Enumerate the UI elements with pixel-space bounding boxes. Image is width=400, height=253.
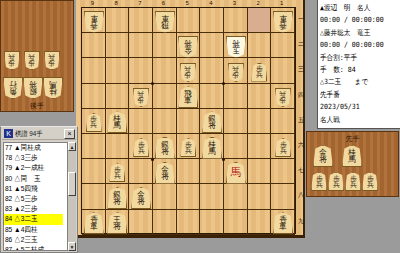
piece-kanji: 兵 <box>29 55 36 61</box>
square-1-5[interactable] <box>271 109 295 134</box>
piece-kanji: 兵 <box>114 173 121 179</box>
square-3-8[interactable] <box>224 184 248 209</box>
square-4-2[interactable] <box>200 33 224 58</box>
square-5-8[interactable] <box>177 184 201 209</box>
sente-gold[interactable]: 金将 <box>131 187 151 209</box>
sente-tray-label: 先手 <box>307 134 398 144</box>
move-row-82[interactable]: 82 △5三歩 <box>4 194 63 204</box>
info-line-1: 00:00 / 00:00:00 <box>320 14 393 26</box>
info-line-5: 手 数: 84 <box>320 64 393 76</box>
piece-kanji: 兵 <box>49 55 56 61</box>
gote-pawn[interactable]: 歩兵 <box>4 51 20 70</box>
sente-promoted-bishop[interactable]: 馬 <box>226 162 246 184</box>
info-line-8: 2023/05/31 <box>320 101 393 113</box>
scroll-up-icon[interactable]: ▲ <box>68 142 76 151</box>
rank-label-5: 五 <box>298 108 304 133</box>
piece-kanji: 兵 <box>316 182 323 188</box>
square-2-6[interactable] <box>248 134 272 159</box>
square-9-8[interactable] <box>82 184 106 209</box>
rank-label-3: 三 <box>298 57 304 82</box>
piece-kanji: 兵 <box>280 148 287 154</box>
square-1-8[interactable] <box>271 184 295 209</box>
move-row-78[interactable]: 78 △3三歩 <box>4 153 63 163</box>
gote-pawn[interactable]: 歩兵 <box>24 51 40 70</box>
move-list-scrollbar[interactable]: ▲ ▼ <box>67 142 76 251</box>
info-line-0: ▲渡辺 明 名人 <box>320 2 393 14</box>
info-line-3: 00:00 / 00:00:00 <box>320 39 393 51</box>
piece-kanji: 兵 <box>9 55 16 61</box>
square-3-1[interactable] <box>224 8 248 33</box>
piece-kanji: 馬 <box>49 81 57 88</box>
move-row-80[interactable]: 80 △同 玉 <box>4 174 63 184</box>
move-list[interactable]: 77 ▲同桂成78 △3三歩79 ▲2一成桂80 △同 玉81 ▲5四飛82 △… <box>3 142 69 251</box>
piece-kanji: 将 <box>29 81 37 88</box>
square-7-1[interactable] <box>129 8 153 33</box>
sente-pawn[interactable]: 歩兵 <box>275 138 291 157</box>
piece-kanji: 車 <box>279 15 287 22</box>
piece-kanji: 馬 <box>231 167 241 178</box>
square-3-6[interactable] <box>224 134 248 159</box>
square-6-2[interactable] <box>153 33 177 58</box>
piece-kanji: 兵 <box>350 182 357 188</box>
gote-king[interactable]: 玉将 <box>226 36 246 58</box>
close-icon[interactable]: × <box>64 129 75 139</box>
file-label-1: 1 <box>270 0 293 6</box>
sente-rook[interactable]: 飛車 <box>178 86 198 108</box>
piece-kanji: 将 <box>161 173 169 180</box>
sente-pawn[interactable]: 歩兵 <box>311 172 327 191</box>
gote-silver[interactable]: 銀将 <box>23 77 43 99</box>
move-row-79[interactable]: 79 ▲2一成桂 <box>4 163 63 173</box>
square-4-8[interactable] <box>200 184 224 209</box>
sente-pawn[interactable]: 歩兵 <box>251 63 267 82</box>
sente-lance[interactable]: 香車 <box>84 212 104 234</box>
square-7-2[interactable] <box>129 33 153 58</box>
square-2-1[interactable] <box>248 8 272 33</box>
sente-silver[interactable]: 銀将 <box>107 187 127 209</box>
file-label-8: 8 <box>105 0 128 6</box>
rank-label-8: 八 <box>298 183 304 208</box>
square-8-6[interactable] <box>106 134 130 159</box>
piece-kanji: 兵 <box>138 91 145 97</box>
sente-pawn[interactable]: 歩兵 <box>180 138 196 157</box>
sente-knight[interactable]: 桂馬 <box>107 111 127 133</box>
sente-pawn[interactable]: 歩兵 <box>133 138 149 157</box>
board-grid: 香車飛車香車金将玉将歩兵歩兵歩兵歩兵飛車歩兵歩兵桂馬銀将歩兵銀将歩兵桂馬歩兵歩兵… <box>81 7 296 234</box>
gote-gold[interactable]: 金将 <box>178 36 198 58</box>
square-2-8[interactable] <box>248 184 272 209</box>
info-line-7: 先手番 <box>320 89 393 101</box>
square-9-6[interactable] <box>82 134 106 159</box>
piece-kanji: 車 <box>90 223 98 230</box>
piece-kanji: 角 <box>9 88 17 95</box>
square-9-4[interactable] <box>82 84 106 109</box>
file-label-3: 3 <box>223 0 246 6</box>
info-line-2: △藤井聡太 竜王 <box>320 27 393 39</box>
move-row-87[interactable]: 87 ▲5二桂成 <box>4 245 63 251</box>
square-4-4[interactable] <box>200 84 224 109</box>
square-6-4[interactable] <box>153 84 177 109</box>
piece-kanji: 兵 <box>185 148 192 154</box>
square-5-5[interactable] <box>177 109 201 134</box>
sente-pawn[interactable]: 歩兵 <box>109 163 125 182</box>
piece-kanji: 兵 <box>256 72 263 78</box>
square-9-7[interactable] <box>82 159 106 184</box>
square-1-3[interactable] <box>271 58 295 83</box>
rank-label-2: 二 <box>298 32 304 57</box>
move-row-84[interactable]: 84 △3二玉 <box>4 214 63 224</box>
gote-lance[interactable]: 香車 <box>84 11 104 33</box>
kifu-window: K 棋譜 94手 × 77 ▲同桂成78 △3三歩79 ▲2一成桂80 △同 玉… <box>0 126 78 253</box>
square-8-2[interactable] <box>106 33 130 58</box>
square-7-7[interactable] <box>129 159 153 184</box>
scroll-down-icon[interactable]: ▼ <box>68 242 76 251</box>
square-1-7[interactable] <box>271 159 295 184</box>
piece-kanji: 将 <box>114 223 122 230</box>
square-5-7[interactable] <box>177 159 201 184</box>
gote-pawn[interactable]: 歩兵 <box>275 88 291 107</box>
square-7-5[interactable] <box>129 109 153 134</box>
piece-kanji: 兵 <box>232 66 239 72</box>
square-1-2[interactable] <box>271 33 295 58</box>
file-label-7: 7 <box>128 0 151 6</box>
square-6-5[interactable] <box>153 109 177 134</box>
square-2-2[interactable] <box>248 33 272 58</box>
kifu-titlebar[interactable]: K 棋譜 94手 × <box>2 128 76 140</box>
piece-kanji: 車 <box>90 15 98 22</box>
piece-kanji: 馬 <box>208 148 216 155</box>
square-9-3[interactable] <box>82 58 106 83</box>
square-5-1[interactable] <box>177 8 201 33</box>
gote-pawn[interactable]: 歩兵 <box>133 88 149 107</box>
sente-pawn[interactable]: 歩兵 <box>362 172 378 191</box>
sente-pawn[interactable]: 歩兵 <box>86 113 102 132</box>
square-5-9[interactable] <box>177 210 201 235</box>
file-label-9: 9 <box>81 0 104 6</box>
square-2-4[interactable] <box>248 84 272 109</box>
shogi-app-window: 歩兵歩兵歩兵 角行銀将桂馬 後手 香車飛車香車金将玉将歩兵歩兵歩兵歩兵飛車歩兵歩… <box>0 0 400 253</box>
sente-king[interactable]: 王将 <box>107 212 127 234</box>
square-7-3[interactable] <box>129 58 153 83</box>
info-line-9: 名人戦 <box>320 114 393 126</box>
gote-hand-tray: 歩兵歩兵歩兵 角行銀将桂馬 後手 <box>0 0 74 112</box>
sente-silver[interactable]: 銀将 <box>202 111 222 133</box>
sente-silver[interactable]: 銀将 <box>155 137 175 159</box>
move-row-77[interactable]: 77 ▲同桂成 <box>4 143 63 153</box>
info-line-4: 手合割:平手 <box>320 52 393 64</box>
piece-kanji: 兵 <box>367 182 374 188</box>
piece-kanji: 馬 <box>114 122 122 129</box>
piece-kanji: 将 <box>137 198 145 205</box>
rank-label-6: 六 <box>298 133 304 158</box>
square-8-4[interactable] <box>106 84 130 109</box>
piece-kanji: 将 <box>319 156 327 163</box>
square-3-4[interactable] <box>224 84 248 109</box>
sente-knight[interactable]: 桂馬 <box>202 137 222 159</box>
piece-kanji: 兵 <box>280 91 287 97</box>
kifu-window-title: 棋譜 94手 <box>15 129 59 139</box>
square-2-5[interactable] <box>248 109 272 134</box>
square-3-5[interactable] <box>224 109 248 134</box>
move-row-86[interactable]: 86 △2三玉 <box>4 235 63 245</box>
kifu-app-icon: K <box>4 129 13 138</box>
piece-kanji: 将 <box>232 40 240 47</box>
file-label-4: 4 <box>199 0 222 6</box>
piece-kanji: 将 <box>208 122 216 129</box>
sente-lance[interactable]: 香車 <box>273 212 293 234</box>
file-label-2: 2 <box>247 0 270 6</box>
square-7-9[interactable] <box>129 210 153 235</box>
gote-pawn[interactable]: 歩兵 <box>44 51 60 70</box>
square-6-8[interactable] <box>153 184 177 209</box>
square-4-1[interactable] <box>200 8 224 33</box>
rank-label-1: 一 <box>298 7 304 32</box>
piece-kanji: 兵 <box>91 122 98 128</box>
square-4-7[interactable] <box>200 159 224 184</box>
square-4-3[interactable] <box>200 58 224 83</box>
gote-knight[interactable]: 桂馬 <box>43 77 63 99</box>
piece-kanji: 車 <box>161 15 169 22</box>
square-4-9[interactable] <box>200 210 224 235</box>
square-2-7[interactable] <box>248 159 272 184</box>
piece-kanji: 車 <box>185 97 193 104</box>
square-3-9[interactable] <box>224 210 248 235</box>
square-2-9[interactable] <box>248 210 272 235</box>
gote-rook[interactable]: 飛車 <box>155 11 175 33</box>
square-8-1[interactable] <box>106 8 130 33</box>
square-6-3[interactable] <box>153 58 177 83</box>
piece-kanji: 車 <box>279 223 287 230</box>
shogi-board: 香車飛車香車金将玉将歩兵歩兵歩兵歩兵飛車歩兵歩兵桂馬銀将歩兵銀将歩兵桂馬歩兵歩兵… <box>76 0 305 238</box>
game-info-panel: ▲渡辺 明 名人00:00 / 00:00:00△藤井聡太 竜王00:00 / … <box>317 0 400 129</box>
gote-pawn[interactable]: 歩兵 <box>228 63 244 82</box>
rank-label-4: 四 <box>298 83 304 108</box>
sente-gold[interactable]: 金将 <box>155 162 175 184</box>
piece-kanji: 兵 <box>185 66 192 72</box>
piece-kanji: 兵 <box>138 148 145 154</box>
sente-gold[interactable]: 金将 <box>313 145 333 167</box>
sente-pawn[interactable]: 歩兵 <box>328 172 344 191</box>
sente-pawn[interactable]: 歩兵 <box>345 172 361 191</box>
gote-lance[interactable]: 香車 <box>273 11 293 33</box>
file-label-6: 6 <box>152 0 175 6</box>
move-row-83[interactable]: 83 ▲2三歩 <box>4 204 63 214</box>
piece-kanji: 銀 <box>29 88 37 95</box>
piece-kanji: 馬 <box>348 156 356 163</box>
square-9-2[interactable] <box>82 33 106 58</box>
file-label-5: 5 <box>176 0 199 6</box>
scrollbar-thumb[interactable] <box>68 172 76 196</box>
piece-kanji: 行 <box>9 81 17 88</box>
square-6-9[interactable] <box>153 210 177 235</box>
rank-label-7: 七 <box>298 158 304 183</box>
move-row-85[interactable]: 85 ▲4四桂 <box>4 225 63 235</box>
piece-kanji: 桂 <box>49 88 57 95</box>
piece-kanji: 将 <box>114 198 122 205</box>
sente-hand-tray: 先手 金将桂馬 歩兵歩兵歩兵歩兵 <box>306 131 399 197</box>
piece-kanji: 将 <box>185 40 193 47</box>
gote-pawn[interactable]: 歩兵 <box>180 63 196 82</box>
move-row-81[interactable]: 81 ▲5四飛 <box>4 184 63 194</box>
piece-kanji: 将 <box>161 148 169 155</box>
gote-tray-label: 後手 <box>1 101 73 111</box>
gote-bishop[interactable]: 角行 <box>3 77 23 99</box>
rank-label-9: 九 <box>298 209 304 234</box>
piece-kanji: 兵 <box>333 182 340 188</box>
square-8-3[interactable] <box>106 58 130 83</box>
sente-knight[interactable]: 桂馬 <box>342 145 362 167</box>
info-line-6: △3二玉 まで <box>320 76 393 88</box>
